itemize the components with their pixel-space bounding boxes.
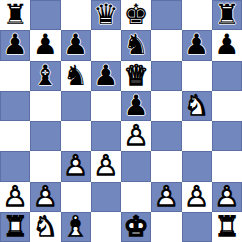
square-g5[interactable]: ♞♘	[182, 91, 212, 121]
white-piece-outline: ♙	[0, 182, 30, 212]
piece-white-pawn: ♟♙	[0, 182, 30, 212]
square-c2[interactable]	[61, 182, 91, 212]
square-d4[interactable]	[91, 121, 121, 151]
square-c8[interactable]	[61, 0, 91, 30]
square-b3[interactable]	[30, 151, 60, 181]
square-e8[interactable]: ♚	[121, 0, 151, 30]
square-h5[interactable]	[212, 91, 242, 121]
square-f2[interactable]: ♟♙	[151, 182, 181, 212]
square-c3[interactable]: ♟♙	[61, 151, 91, 181]
piece-white-pawn: ♟♙	[61, 151, 91, 181]
piece-white-pawn: ♟♙	[151, 182, 181, 212]
square-d6[interactable]: ♟	[91, 61, 121, 91]
piece-black-pawn: ♟	[30, 30, 60, 60]
white-piece-outline: ♕	[121, 61, 151, 91]
piece-black-king: ♚	[121, 0, 151, 30]
white-piece-outline: ♙	[91, 151, 121, 181]
black-piece-glyph: ♟	[61, 30, 91, 60]
square-b1[interactable]: ♞♘	[30, 212, 60, 242]
square-g6[interactable]	[182, 61, 212, 91]
square-a2[interactable]: ♟♙	[0, 182, 30, 212]
white-piece-outline: ♙	[121, 121, 151, 151]
piece-white-bishop: ♝♗	[61, 212, 91, 242]
black-piece-glyph: ♞	[121, 30, 151, 60]
piece-black-knight: ♞	[121, 30, 151, 60]
square-d2[interactable]	[91, 182, 121, 212]
piece-black-knight: ♞	[61, 61, 91, 91]
white-piece-outline: ♘	[30, 212, 60, 242]
black-piece-glyph: ♚	[121, 0, 151, 30]
white-piece-outline: ♖	[0, 212, 30, 242]
square-b2[interactable]: ♟♙	[30, 182, 60, 212]
piece-black-pawn: ♟	[0, 30, 30, 60]
square-e7[interactable]: ♞	[121, 30, 151, 60]
white-piece-outline: ♖	[212, 212, 242, 242]
square-b5[interactable]	[30, 91, 60, 121]
piece-black-pawn: ♟	[91, 61, 121, 91]
square-b7[interactable]: ♟	[30, 30, 60, 60]
piece-white-knight: ♞♘	[30, 212, 60, 242]
white-piece-outline: ♙	[30, 182, 60, 212]
black-piece-glyph: ♟	[212, 30, 242, 60]
square-e2[interactable]	[121, 182, 151, 212]
square-e4[interactable]: ♟♙	[121, 121, 151, 151]
piece-white-pawn: ♟♙	[182, 182, 212, 212]
piece-white-pawn: ♟♙	[30, 182, 60, 212]
black-piece-glyph: ♛	[91, 0, 121, 30]
square-f1[interactable]	[151, 212, 181, 242]
piece-white-rook: ♜♖	[212, 212, 242, 242]
square-f6[interactable]	[151, 61, 181, 91]
black-piece-glyph: ♞	[61, 61, 91, 91]
piece-white-pawn: ♟♙	[91, 151, 121, 181]
square-a7[interactable]: ♟	[0, 30, 30, 60]
square-e1[interactable]: ♚♔	[121, 212, 151, 242]
white-piece-outline: ♙	[151, 182, 181, 212]
piece-white-pawn: ♟♙	[212, 182, 242, 212]
white-piece-outline: ♙	[61, 151, 91, 181]
piece-black-bishop: ♝	[30, 61, 60, 91]
piece-black-rook: ♜	[212, 0, 242, 30]
square-g2[interactable]: ♟♙	[182, 182, 212, 212]
piece-black-pawn: ♟	[61, 30, 91, 60]
square-c7[interactable]: ♟	[61, 30, 91, 60]
piece-black-pawn: ♟	[182, 30, 212, 60]
square-c4[interactable]	[61, 121, 91, 151]
square-c1[interactable]: ♝♗	[61, 212, 91, 242]
square-a6[interactable]	[0, 61, 30, 91]
square-h8[interactable]: ♜	[212, 0, 242, 30]
piece-black-queen: ♛	[91, 0, 121, 30]
square-a1[interactable]: ♜♖	[0, 212, 30, 242]
square-e3[interactable]	[121, 151, 151, 181]
square-b6[interactable]: ♝	[30, 61, 60, 91]
black-piece-glyph: ♜	[0, 0, 30, 30]
square-c5[interactable]	[61, 91, 91, 121]
square-b8[interactable]	[30, 0, 60, 30]
square-h2[interactable]: ♟♙	[212, 182, 242, 212]
square-h7[interactable]: ♟	[212, 30, 242, 60]
black-piece-glyph: ♝	[30, 61, 60, 91]
black-piece-glyph: ♟	[0, 30, 30, 60]
square-d8[interactable]: ♛	[91, 0, 121, 30]
black-piece-glyph: ♜	[212, 0, 242, 30]
square-h1[interactable]: ♜♖	[212, 212, 242, 242]
square-f8[interactable]	[151, 0, 181, 30]
white-piece-outline: ♘	[182, 91, 212, 121]
chess-board: ♜♛♚♜♟♟♟♞♟♟♝♞♟♛♕♟♞♘♟♙♟♙♟♙♟♙♟♙♟♙♟♙♟♙♜♖♞♘♝♗…	[0, 0, 242, 242]
square-d3[interactable]: ♟♙	[91, 151, 121, 181]
square-e5[interactable]: ♟	[121, 91, 151, 121]
square-g7[interactable]: ♟	[182, 30, 212, 60]
square-g4[interactable]	[182, 121, 212, 151]
square-g8[interactable]	[182, 0, 212, 30]
square-d1[interactable]	[91, 212, 121, 242]
square-e6[interactable]: ♛♕	[121, 61, 151, 91]
black-piece-glyph: ♟	[121, 91, 151, 121]
square-b4[interactable]	[30, 121, 60, 151]
white-piece-outline: ♙	[182, 182, 212, 212]
white-piece-outline: ♔	[121, 212, 151, 242]
white-piece-outline: ♙	[212, 182, 242, 212]
square-h4[interactable]	[212, 121, 242, 151]
square-h6[interactable]	[212, 61, 242, 91]
black-piece-glyph: ♟	[30, 30, 60, 60]
square-a3[interactable]	[0, 151, 30, 181]
square-f4[interactable]	[151, 121, 181, 151]
square-d5[interactable]	[91, 91, 121, 121]
square-g3[interactable]	[182, 151, 212, 181]
square-f3[interactable]	[151, 151, 181, 181]
square-d7[interactable]	[91, 30, 121, 60]
square-a5[interactable]	[0, 91, 30, 121]
square-f7[interactable]	[151, 30, 181, 60]
square-g1[interactable]	[182, 212, 212, 242]
black-piece-glyph: ♟	[91, 61, 121, 91]
piece-white-rook: ♜♖	[0, 212, 30, 242]
piece-white-pawn: ♟♙	[121, 121, 151, 151]
piece-white-queen: ♛♕	[121, 61, 151, 91]
square-a4[interactable]	[0, 121, 30, 151]
square-a8[interactable]: ♜	[0, 0, 30, 30]
square-h3[interactable]	[212, 151, 242, 181]
white-piece-outline: ♗	[61, 212, 91, 242]
piece-white-king: ♚♔	[121, 212, 151, 242]
piece-white-knight: ♞♘	[182, 91, 212, 121]
square-c6[interactable]: ♞	[61, 61, 91, 91]
square-f5[interactable]	[151, 91, 181, 121]
black-piece-glyph: ♟	[182, 30, 212, 60]
piece-black-pawn: ♟	[212, 30, 242, 60]
piece-black-pawn: ♟	[121, 91, 151, 121]
piece-black-rook: ♜	[0, 0, 30, 30]
